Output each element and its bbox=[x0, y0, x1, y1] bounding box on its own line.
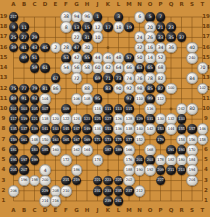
stone-white: 216 bbox=[50, 195, 62, 207]
move-number: 110 bbox=[136, 97, 142, 101]
move-number: 2 bbox=[54, 45, 57, 50]
move-number: 199 bbox=[31, 158, 37, 162]
move-number: 174 bbox=[94, 158, 100, 162]
move-number: 65 bbox=[147, 66, 152, 71]
stone-white: 36 bbox=[165, 42, 177, 54]
stone-black: 173 bbox=[103, 135, 113, 145]
move-number: 41 bbox=[21, 45, 26, 50]
move-number: 197 bbox=[21, 158, 27, 162]
move-number: 144 bbox=[168, 127, 174, 131]
stone-white: 86 bbox=[50, 83, 62, 95]
stone-black: 39 bbox=[9, 43, 19, 53]
stone-white: 186 bbox=[71, 164, 83, 176]
move-number: 135 bbox=[10, 127, 16, 131]
move-number: 221 bbox=[94, 179, 100, 183]
stone-black: 165 bbox=[61, 135, 71, 145]
move-number: 107 bbox=[42, 107, 48, 111]
move-number: 69 bbox=[95, 76, 100, 81]
stone-black: 197 bbox=[19, 155, 29, 165]
move-number: 136 bbox=[115, 127, 121, 131]
move-number: 120 bbox=[52, 117, 58, 121]
stone-black: 133 bbox=[177, 114, 187, 124]
stone-black: 231 bbox=[93, 186, 103, 196]
move-number: 181 bbox=[10, 148, 16, 152]
stone-black: 237 bbox=[124, 186, 134, 196]
stone-black: 211 bbox=[166, 165, 176, 175]
move-number: 55 bbox=[84, 55, 89, 60]
stone-black: 147 bbox=[72, 125, 82, 135]
stone-black: 75 bbox=[9, 84, 19, 94]
stone-white: 206 bbox=[8, 185, 20, 197]
move-number: 173 bbox=[105, 138, 111, 142]
move-number: 43 bbox=[32, 45, 37, 50]
stone-black: 61 bbox=[40, 63, 50, 73]
stone-black: 175 bbox=[114, 135, 124, 145]
move-number: 201 bbox=[136, 158, 142, 162]
stone-black: 151 bbox=[103, 125, 113, 135]
move-number: 151 bbox=[105, 127, 111, 131]
move-number: 47 bbox=[74, 45, 79, 50]
move-number: 134 bbox=[94, 127, 100, 131]
move-number: 49 bbox=[21, 55, 26, 60]
stone-black: 37 bbox=[177, 33, 187, 43]
move-number: 150 bbox=[42, 138, 48, 142]
move-number: 166 bbox=[126, 148, 132, 152]
move-number: 177 bbox=[126, 138, 132, 142]
move-number: 38 bbox=[63, 14, 68, 19]
stone-white: 144 bbox=[165, 124, 177, 136]
move-number: 112 bbox=[157, 97, 163, 101]
stone-black: 239 bbox=[103, 196, 113, 206]
stone-black: 93 bbox=[30, 94, 40, 104]
move-number: 170 bbox=[189, 148, 195, 152]
move-number: 153 bbox=[157, 127, 163, 131]
stone-black: 41 bbox=[19, 43, 29, 53]
move-number: 97 bbox=[126, 96, 131, 101]
move-number: 67 bbox=[53, 76, 58, 81]
move-number: 109 bbox=[63, 107, 69, 111]
move-number: 182 bbox=[168, 158, 174, 162]
move-number: 15 bbox=[84, 25, 89, 30]
stone-white: 202 bbox=[123, 175, 135, 187]
move-number: 207 bbox=[21, 168, 27, 172]
move-number: 196 bbox=[21, 179, 27, 183]
stone-black: 195 bbox=[9, 155, 19, 165]
move-number: 227 bbox=[157, 179, 163, 183]
move-number: 11 bbox=[21, 25, 26, 30]
move-number: 125 bbox=[94, 117, 100, 121]
move-number: 62 bbox=[105, 66, 110, 71]
move-number: 75 bbox=[11, 86, 16, 91]
stone-black: 219 bbox=[72, 176, 82, 186]
stone-white: 80 bbox=[186, 103, 198, 115]
move-number: 1 bbox=[96, 14, 99, 19]
move-number: 217 bbox=[10, 15, 16, 19]
stone-black: 25 bbox=[9, 33, 19, 43]
move-number: 129 bbox=[136, 117, 142, 121]
move-number: 148 bbox=[31, 138, 37, 142]
move-number: 162 bbox=[73, 148, 79, 152]
move-number: 94 bbox=[74, 14, 79, 19]
stone-black: 179 bbox=[156, 135, 166, 145]
move-number: 76 bbox=[137, 76, 142, 81]
move-number: 86 bbox=[53, 86, 58, 91]
stone-black: 223 bbox=[103, 176, 113, 186]
stone-white: 8 bbox=[60, 21, 72, 33]
stone-white: 116 bbox=[144, 103, 156, 115]
move-number: 203 bbox=[147, 158, 153, 162]
move-number: 101 bbox=[10, 107, 16, 111]
stone-black: 117 bbox=[9, 114, 19, 124]
move-number: 105 bbox=[31, 107, 37, 111]
move-number: 72 bbox=[74, 76, 79, 81]
move-number: 215 bbox=[63, 179, 69, 183]
stone-white: 134 bbox=[92, 124, 104, 136]
stone-white: 200 bbox=[39, 175, 51, 187]
stone-black: 21 bbox=[156, 22, 166, 32]
stone-black: 199 bbox=[30, 155, 40, 165]
move-number: 225 bbox=[115, 179, 121, 183]
move-number: 29 bbox=[32, 35, 37, 40]
move-number: 161 bbox=[21, 138, 27, 142]
move-number: 169 bbox=[84, 138, 90, 142]
move-number: 235 bbox=[115, 189, 121, 193]
move-number: 187 bbox=[105, 148, 111, 152]
move-number: 106 bbox=[73, 97, 79, 101]
move-number: 130 bbox=[157, 117, 163, 121]
move-number: 119 bbox=[21, 117, 27, 121]
move-number: 19 bbox=[126, 25, 131, 30]
stone-black: 119 bbox=[19, 114, 29, 124]
move-number: 176 bbox=[126, 158, 132, 162]
move-number: 18 bbox=[116, 25, 121, 30]
move-number: 80 bbox=[189, 106, 194, 111]
move-number: 186 bbox=[73, 168, 79, 172]
stone-black: 27 bbox=[19, 33, 29, 43]
stone-black: 153 bbox=[156, 125, 166, 135]
move-number: 138 bbox=[126, 127, 132, 131]
stone-white: 6 bbox=[134, 11, 146, 23]
move-number: 172 bbox=[63, 158, 69, 162]
move-number: 83 bbox=[105, 86, 110, 91]
move-number: 126 bbox=[115, 117, 121, 121]
move-number: 92 bbox=[126, 86, 131, 91]
stone-white: 152 bbox=[134, 134, 146, 146]
move-number: 179 bbox=[157, 138, 163, 142]
move-number: 213 bbox=[178, 168, 184, 172]
move-number: 139 bbox=[31, 127, 37, 131]
stone-white: 172 bbox=[60, 154, 72, 166]
move-number: 8 bbox=[65, 25, 68, 30]
stone-black: 241 bbox=[114, 196, 124, 206]
move-number: 23 bbox=[168, 25, 173, 30]
move-number: 84 bbox=[189, 76, 194, 81]
move-number: 117 bbox=[10, 117, 16, 121]
move-number: 157 bbox=[189, 127, 195, 131]
move-number: 31 bbox=[84, 35, 89, 40]
move-number: 108 bbox=[84, 97, 90, 101]
move-number: 206 bbox=[10, 189, 16, 193]
move-number: 6 bbox=[138, 14, 141, 19]
stone-black: 7 bbox=[156, 12, 166, 22]
stone-white: 210 bbox=[60, 185, 72, 197]
move-number: 25 bbox=[11, 35, 16, 40]
move-number: 68 bbox=[158, 66, 163, 71]
move-number: 9 bbox=[12, 25, 15, 30]
move-number: 59 bbox=[32, 66, 37, 71]
move-number: 54 bbox=[63, 66, 68, 71]
move-number: 132 bbox=[168, 117, 174, 121]
go-board-screenshot: AABBCCDDEEFFGGHHJJKKLLMMNNOOPPQQRRSSTT19… bbox=[0, 0, 210, 217]
move-number: 71 bbox=[105, 76, 110, 81]
move-number: 165 bbox=[63, 138, 69, 142]
move-number: 185 bbox=[42, 148, 48, 152]
move-number: 212 bbox=[136, 189, 142, 193]
stone-black: 49 bbox=[19, 53, 29, 63]
stone-white: 108 bbox=[81, 93, 93, 105]
move-number: 211 bbox=[168, 168, 174, 172]
stone-white: 158 bbox=[197, 134, 209, 146]
move-number: 146 bbox=[199, 127, 205, 131]
stone-white: 204 bbox=[186, 175, 198, 187]
stone-black: 23 bbox=[166, 22, 176, 32]
move-number: 114 bbox=[94, 107, 100, 111]
move-number: 191 bbox=[168, 148, 174, 152]
stone-black: 45 bbox=[40, 43, 50, 53]
stone-black: 149 bbox=[82, 125, 92, 135]
move-number: 233 bbox=[105, 189, 111, 193]
stone-white: 160 bbox=[50, 144, 62, 156]
stone-white: 72 bbox=[71, 72, 83, 84]
stone-black: 217 bbox=[9, 12, 19, 22]
move-number: 127 bbox=[105, 117, 111, 121]
move-number: 158 bbox=[199, 138, 205, 142]
move-number: 183 bbox=[31, 148, 37, 152]
stone-black: 227 bbox=[156, 176, 166, 186]
stone-black: 209 bbox=[156, 165, 166, 175]
move-number: 96 bbox=[84, 14, 89, 19]
move-number: 156 bbox=[189, 138, 195, 142]
stone-white: 70 bbox=[197, 62, 209, 74]
move-number: 189 bbox=[115, 148, 121, 152]
move-number: 64 bbox=[116, 66, 121, 71]
move-number: 209 bbox=[157, 168, 163, 172]
stone-white: 82 bbox=[155, 72, 167, 84]
stone-black: 205 bbox=[9, 165, 19, 175]
stone-black: 161 bbox=[19, 135, 29, 145]
move-number: 102 bbox=[199, 87, 205, 91]
move-number: 131 bbox=[147, 117, 153, 121]
move-number: 79 bbox=[32, 86, 37, 91]
move-number: 46 bbox=[105, 55, 110, 60]
move-number: 195 bbox=[10, 158, 16, 162]
move-number: 147 bbox=[73, 127, 79, 131]
move-number: 149 bbox=[84, 127, 90, 131]
move-number: 81 bbox=[42, 86, 47, 91]
move-number: 219 bbox=[73, 179, 79, 183]
move-number: 193 bbox=[178, 148, 184, 152]
move-number: 184 bbox=[189, 158, 195, 162]
stone-black: 225 bbox=[114, 176, 124, 186]
move-number: 89 bbox=[11, 96, 16, 101]
stone-black: 187 bbox=[103, 145, 113, 155]
stone-black: 79 bbox=[30, 84, 40, 94]
move-number: 53 bbox=[63, 55, 68, 60]
stone-black: 213 bbox=[177, 165, 187, 175]
move-number: 78 bbox=[147, 76, 152, 81]
stone-black: 51 bbox=[30, 53, 40, 63]
move-number: 10 bbox=[95, 35, 100, 40]
stone-black: 29 bbox=[30, 33, 40, 43]
stone-white: 150 bbox=[39, 134, 51, 146]
stone-black: 159 bbox=[9, 135, 19, 145]
move-number: 121 bbox=[31, 117, 37, 121]
move-number: 20 bbox=[147, 25, 152, 30]
move-number: 100 bbox=[168, 87, 174, 91]
move-number: 104 bbox=[42, 97, 48, 101]
move-number: 115 bbox=[126, 107, 132, 111]
move-number: 42 bbox=[74, 55, 79, 60]
stone-white: 10 bbox=[92, 32, 104, 44]
stone-white: 124 bbox=[71, 113, 83, 125]
move-number: 22 bbox=[74, 35, 79, 40]
move-number: 37 bbox=[179, 35, 184, 40]
stone-black: 189 bbox=[114, 145, 124, 155]
move-number: 159 bbox=[10, 138, 16, 142]
move-number: 13 bbox=[74, 25, 79, 30]
stone-black: 69 bbox=[93, 73, 103, 83]
move-number: 95 bbox=[95, 96, 100, 101]
move-number: 178 bbox=[157, 158, 163, 162]
stone-white: 164 bbox=[81, 144, 93, 156]
move-number: 5 bbox=[149, 14, 152, 19]
move-number: 16 bbox=[147, 45, 152, 50]
move-number: 204 bbox=[189, 179, 195, 183]
move-number: 116 bbox=[147, 107, 153, 111]
move-number: 27 bbox=[21, 35, 26, 40]
move-number: 205 bbox=[10, 168, 16, 172]
stone-black: 83 bbox=[103, 84, 113, 94]
move-number: 241 bbox=[115, 199, 121, 203]
move-number: 188 bbox=[126, 168, 132, 172]
move-number: 52 bbox=[158, 55, 163, 60]
move-number: 133 bbox=[178, 117, 184, 121]
move-number: 63 bbox=[137, 66, 142, 71]
move-number: 214 bbox=[42, 199, 48, 203]
move-number: 171 bbox=[94, 138, 100, 142]
move-number: 60 bbox=[95, 66, 100, 71]
move-number: 210 bbox=[63, 189, 69, 193]
move-number: 40 bbox=[189, 45, 194, 50]
move-number: 237 bbox=[126, 189, 132, 193]
stone-black: 19 bbox=[124, 22, 134, 32]
move-number: 180 bbox=[178, 158, 184, 162]
move-number: 137 bbox=[21, 127, 27, 131]
stone-black: 143 bbox=[51, 125, 61, 135]
move-number: 45 bbox=[42, 45, 47, 50]
move-number: 239 bbox=[105, 199, 111, 203]
move-number: 66 bbox=[126, 66, 131, 71]
stone-black: 183 bbox=[30, 145, 40, 155]
stone-white: 22 bbox=[71, 32, 83, 44]
move-number: 12 bbox=[95, 25, 100, 30]
move-number: 124 bbox=[73, 117, 79, 121]
move-number: 200 bbox=[42, 179, 48, 183]
stone-white: 110 bbox=[134, 93, 146, 105]
stone-white: 100 bbox=[165, 83, 177, 95]
move-number: 192 bbox=[147, 168, 153, 172]
stone-white: 30 bbox=[81, 42, 93, 54]
stone-black: 221 bbox=[93, 176, 103, 186]
move-number: 103 bbox=[21, 107, 27, 111]
stone-black: 9 bbox=[9, 22, 19, 32]
move-number: 88 bbox=[84, 86, 89, 91]
move-number: 160 bbox=[52, 148, 58, 152]
move-number: 85 bbox=[147, 86, 152, 91]
stone-black: 101 bbox=[9, 104, 19, 114]
goban[interactable]: AABBCCDDEEFFGGHHJJKKLLMMNNOOPPQQRRSSTT19… bbox=[0, 0, 210, 217]
stone-black: 91 bbox=[19, 94, 29, 104]
stone-black: 89 bbox=[9, 94, 19, 104]
move-number: 167 bbox=[73, 138, 79, 142]
move-number: 175 bbox=[115, 138, 121, 142]
move-number: 30 bbox=[84, 45, 89, 50]
move-number: 152 bbox=[136, 138, 142, 142]
move-number: 57 bbox=[126, 55, 131, 60]
stone-black: 85 bbox=[145, 84, 155, 94]
stone-black: 145 bbox=[61, 125, 71, 135]
move-number: 74 bbox=[126, 76, 131, 81]
stone-black: 17 bbox=[103, 22, 113, 32]
move-number: 208 bbox=[52, 189, 58, 193]
move-number: 216 bbox=[52, 199, 58, 203]
move-number: 111 bbox=[105, 107, 111, 111]
move-number: 123 bbox=[84, 117, 90, 121]
move-number: 202 bbox=[126, 179, 132, 183]
move-number: 93 bbox=[32, 96, 37, 101]
move-number: 113 bbox=[115, 107, 121, 111]
move-number: 145 bbox=[63, 127, 69, 131]
stone-black: 103 bbox=[19, 104, 29, 114]
stone-white: 174 bbox=[92, 154, 104, 166]
stone-black: 135 bbox=[9, 125, 19, 135]
move-number: 128 bbox=[126, 117, 132, 121]
stone-black: 11 bbox=[19, 22, 29, 32]
move-number: 17 bbox=[105, 25, 110, 30]
move-number: 7 bbox=[159, 14, 162, 19]
move-number: 142 bbox=[147, 127, 153, 131]
move-number: 33 bbox=[158, 35, 163, 40]
move-number: 34 bbox=[158, 45, 163, 50]
stone-black: 59 bbox=[30, 63, 40, 73]
move-number: 240 bbox=[189, 56, 195, 60]
stone-white: 102 bbox=[197, 83, 209, 95]
stone-white: 112 bbox=[155, 93, 167, 105]
move-number: 242 bbox=[178, 107, 184, 111]
move-number: 50 bbox=[137, 55, 142, 60]
stone-white: 168 bbox=[144, 144, 156, 156]
move-number: 190 bbox=[136, 168, 142, 172]
move-number: 36 bbox=[168, 45, 173, 50]
move-number: 77 bbox=[21, 86, 26, 91]
move-number: 143 bbox=[52, 127, 58, 131]
stone-black: 71 bbox=[103, 73, 113, 83]
move-number: 82 bbox=[158, 76, 163, 81]
move-number: 61 bbox=[42, 66, 47, 71]
move-number: 70 bbox=[200, 66, 205, 71]
stones-layer: 2173894961365791181315121718192021232527… bbox=[0, 0, 210, 217]
move-number: 39 bbox=[11, 45, 16, 50]
